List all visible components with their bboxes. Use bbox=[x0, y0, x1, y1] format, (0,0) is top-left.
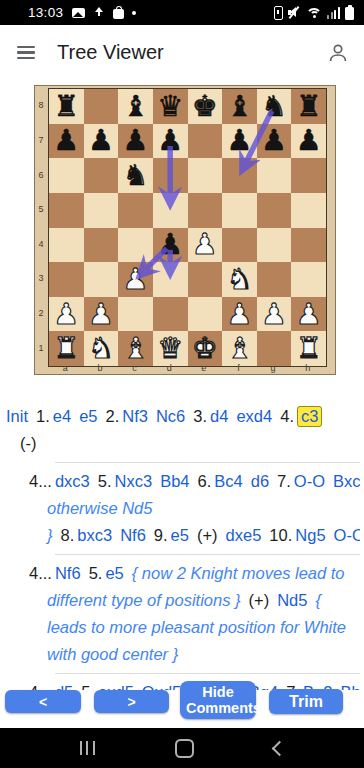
square-h2[interactable]: ♟ bbox=[291, 297, 326, 332]
square-b8[interactable] bbox=[84, 89, 119, 124]
square-g6[interactable] bbox=[257, 158, 292, 193]
white-knight-b1: ♞ bbox=[88, 334, 114, 363]
square-h1[interactable]: ♜ bbox=[291, 331, 326, 366]
white-pawn-h2: ♟ bbox=[296, 300, 322, 329]
move-number: 4... bbox=[29, 564, 52, 582]
square-b7[interactable]: ♟ bbox=[84, 124, 119, 159]
square-e3[interactable] bbox=[188, 262, 223, 297]
notification-dot-icon bbox=[132, 11, 136, 15]
square-a6[interactable] bbox=[49, 158, 84, 193]
square-g2[interactable]: ♟ bbox=[257, 297, 292, 332]
square-b3[interactable] bbox=[84, 262, 119, 297]
black-pawn-a7: ♟ bbox=[53, 126, 79, 155]
divider bbox=[55, 673, 360, 674]
square-g5[interactable] bbox=[257, 193, 292, 228]
square-e5[interactable] bbox=[188, 193, 223, 228]
home-icon[interactable] bbox=[175, 739, 194, 758]
square-c2[interactable] bbox=[118, 297, 153, 332]
black-pawn-h7: ♟ bbox=[296, 126, 322, 155]
mute-icon bbox=[288, 6, 301, 19]
move[interactable]: bxc3 bbox=[77, 526, 112, 544]
move[interactable]: exd5 bbox=[98, 683, 134, 690]
current-move[interactable]: c3 bbox=[297, 406, 322, 427]
move[interactable]: dxe5 bbox=[226, 526, 262, 544]
move[interactable]: Qxd5 bbox=[142, 683, 181, 690]
square-c7[interactable]: ♟ bbox=[118, 124, 153, 159]
main-line: Init1.e4e52.Nf3Nc63.d4exd44.c3(-) bbox=[6, 403, 360, 457]
black-bishop-f8: ♝ bbox=[226, 92, 252, 121]
square-e4[interactable]: ♟ bbox=[188, 228, 223, 263]
move[interactable]: Nf3 bbox=[122, 407, 148, 425]
move[interactable]: Nf6 bbox=[120, 526, 146, 544]
android-nav-bar bbox=[0, 728, 364, 768]
black-knight-c6: ♞ bbox=[123, 161, 149, 190]
move-number: 2. bbox=[106, 407, 120, 425]
black-pawn-b7: ♟ bbox=[88, 126, 114, 155]
move-number: 8. bbox=[61, 526, 75, 544]
move[interactable]: Nxc3 bbox=[115, 472, 153, 490]
move[interactable]: d4 bbox=[210, 407, 228, 425]
chess-board: ♜♝♛♚♝♞♜♟♟♟♟♟♟♟♞♟♟♟♞♟♟♟♟♟♜♞♝♛♚♝♜ 87654321… bbox=[34, 85, 336, 375]
square-a4[interactable] bbox=[49, 228, 84, 263]
square-c8[interactable]: ♝ bbox=[118, 89, 153, 124]
divider bbox=[55, 554, 360, 555]
file-label-g: g bbox=[256, 363, 291, 374]
square-c5[interactable] bbox=[118, 193, 153, 228]
file-label-a: a bbox=[48, 363, 83, 374]
black-rook-a8: ♜ bbox=[53, 92, 79, 121]
move[interactable]: Bb4 bbox=[160, 472, 189, 490]
square-a1[interactable]: ♜ bbox=[49, 331, 84, 366]
file-label-d: d bbox=[152, 363, 187, 374]
board-grid: ♜♝♛♚♝♞♜♟♟♟♟♟♟♟♞♟♟♟♞♟♟♟♟♟♜♞♝♛♚♝♜ bbox=[48, 88, 327, 367]
move[interactable]: Nf6 bbox=[55, 564, 81, 582]
file-label-c: c bbox=[117, 363, 152, 374]
square-e6[interactable] bbox=[188, 158, 223, 193]
white-pawn-e4: ♟ bbox=[192, 230, 218, 259]
move[interactable]: Bc4 bbox=[214, 472, 242, 490]
square-h3[interactable] bbox=[291, 262, 326, 297]
move-number: 4. bbox=[280, 407, 294, 425]
square-h7[interactable]: ♟ bbox=[291, 124, 326, 159]
square-h5[interactable] bbox=[291, 193, 326, 228]
move[interactable]: d5 bbox=[55, 683, 73, 690]
square-h8[interactable]: ♜ bbox=[291, 89, 326, 124]
square-b2[interactable]: ♟ bbox=[84, 297, 119, 332]
annotation: (-) bbox=[20, 434, 36, 452]
wifi-icon bbox=[306, 7, 322, 19]
square-d8[interactable]: ♛ bbox=[153, 89, 188, 124]
square-d6[interactable] bbox=[153, 158, 188, 193]
move[interactable]: Nc6 bbox=[156, 407, 185, 425]
move[interactable]: Nd5 bbox=[277, 591, 307, 609]
rank-label-3: 3 bbox=[35, 273, 47, 283]
black-pawn-g7: ♟ bbox=[261, 126, 287, 155]
square-f7[interactable]: ♟ bbox=[222, 124, 257, 159]
square-c4[interactable] bbox=[118, 228, 153, 263]
move[interactable]: Ng5 bbox=[295, 526, 325, 544]
square-a3[interactable] bbox=[49, 262, 84, 297]
square-h6[interactable] bbox=[291, 158, 326, 193]
file-label-f: f bbox=[221, 363, 256, 374]
move[interactable]: Bb4+ bbox=[340, 683, 360, 690]
photo-icon bbox=[72, 8, 85, 18]
next-move-button[interactable]: > bbox=[94, 690, 169, 713]
app-bar: Tree Viewer bbox=[0, 25, 364, 80]
move-number: 9. bbox=[154, 526, 168, 544]
white-bishop-f1: ♝ bbox=[226, 334, 252, 363]
rank-label-7: 7 bbox=[35, 135, 47, 145]
square-d1[interactable]: ♛ bbox=[153, 331, 188, 366]
black-king-e8: ♚ bbox=[192, 92, 218, 121]
square-g7[interactable]: ♟ bbox=[257, 124, 292, 159]
square-g8[interactable]: ♞ bbox=[257, 89, 292, 124]
square-f2[interactable]: ♟ bbox=[222, 297, 257, 332]
square-f4[interactable] bbox=[222, 228, 257, 263]
move-number: 5. bbox=[81, 683, 95, 690]
clock: 13:03 bbox=[28, 5, 63, 20]
annotation: (+) bbox=[197, 526, 218, 544]
recents-icon[interactable] bbox=[80, 741, 96, 755]
move-number: 5. bbox=[89, 564, 103, 582]
move-number: 7. bbox=[277, 472, 291, 490]
square-d7[interactable]: ♟ bbox=[153, 124, 188, 159]
move-number: 3. bbox=[193, 407, 207, 425]
back-icon[interactable] bbox=[271, 740, 287, 756]
black-pawn-d7: ♟ bbox=[157, 126, 183, 155]
square-d2[interactable] bbox=[153, 297, 188, 332]
move[interactable]: exd4 bbox=[236, 407, 272, 425]
trim-button[interactable]: Trim bbox=[269, 689, 343, 714]
status-right-icons bbox=[274, 5, 354, 20]
rank-label-6: 6 bbox=[35, 170, 47, 180]
square-a2[interactable]: ♟ bbox=[49, 297, 84, 332]
white-pawn-a2: ♟ bbox=[53, 300, 79, 329]
file-label-e: e bbox=[187, 363, 222, 374]
upload-icon bbox=[93, 7, 105, 19]
divider bbox=[55, 462, 360, 463]
rank-label-2: 2 bbox=[35, 308, 47, 318]
square-g4[interactable] bbox=[257, 228, 292, 263]
move-number: 10. bbox=[269, 526, 292, 544]
white-pawn-g2: ♟ bbox=[261, 300, 287, 329]
rank-label-5: 5 bbox=[35, 204, 47, 214]
page-title: Tree Viewer bbox=[57, 41, 164, 64]
square-f1[interactable]: ♝ bbox=[222, 331, 257, 366]
square-b1[interactable]: ♞ bbox=[84, 331, 119, 366]
status-bar: 13:03 bbox=[0, 0, 364, 25]
move-number: 4... bbox=[29, 472, 52, 490]
move[interactable]: d6 bbox=[251, 472, 269, 490]
move-tree: Init1.e4e52.Nf3Nc63.d4exd44.c3(-)4...dxc… bbox=[6, 403, 360, 690]
status-left-icons bbox=[72, 6, 136, 19]
square-c3[interactable]: ♟ bbox=[118, 262, 153, 297]
square-f3[interactable]: ♞ bbox=[222, 262, 257, 297]
move-number: 4... bbox=[29, 683, 52, 690]
black-bishop-c8: ♝ bbox=[123, 92, 149, 121]
move[interactable]: e4 bbox=[53, 407, 71, 425]
square-f6[interactable] bbox=[222, 158, 257, 193]
square-b4[interactable] bbox=[84, 228, 119, 263]
rank-label-4: 4 bbox=[35, 239, 47, 249]
square-f5[interactable] bbox=[222, 193, 257, 228]
rank-label-1: 1 bbox=[35, 343, 47, 353]
square-e1[interactable]: ♚ bbox=[188, 331, 223, 366]
white-pawn-f2: ♟ bbox=[226, 300, 252, 329]
white-pawn-b2: ♟ bbox=[88, 300, 114, 329]
hide-comments-button[interactable]: Hide Comments bbox=[180, 681, 256, 719]
square-g3[interactable] bbox=[257, 262, 292, 297]
square-f8[interactable]: ♝ bbox=[222, 89, 257, 124]
square-c6[interactable]: ♞ bbox=[118, 158, 153, 193]
black-pawn-c7: ♟ bbox=[123, 126, 149, 155]
black-queen-d8: ♛ bbox=[157, 92, 183, 121]
black-pawn-f7: ♟ bbox=[226, 126, 252, 155]
square-a8[interactable]: ♜ bbox=[49, 89, 84, 124]
square-c1[interactable]: ♝ bbox=[118, 331, 153, 366]
black-knight-g8: ♞ bbox=[261, 92, 287, 121]
move[interactable]: O-O bbox=[294, 472, 325, 490]
variation-line: 4...Nf65.e5{ now 2 Knight moves lead to … bbox=[6, 560, 360, 668]
profile-icon[interactable] bbox=[326, 41, 350, 65]
white-king-e1: ♚ bbox=[192, 334, 218, 363]
phone-screen: 13:03 Tree Viewer ♜♝♛♚♝♞♜♟♟♟♟♟ bbox=[0, 0, 364, 768]
black-rook-h8: ♜ bbox=[296, 92, 322, 121]
move[interactable]: e5 bbox=[105, 564, 123, 582]
square-b5[interactable] bbox=[84, 193, 119, 228]
square-g1[interactable] bbox=[257, 331, 292, 366]
bag-icon bbox=[113, 9, 124, 19]
move[interactable]: dxc3 bbox=[55, 472, 90, 490]
move-number: 1. bbox=[36, 407, 50, 425]
white-rook-a1: ♜ bbox=[53, 334, 79, 363]
white-queen-d1: ♛ bbox=[157, 334, 183, 363]
square-a7[interactable]: ♟ bbox=[49, 124, 84, 159]
square-a5[interactable] bbox=[49, 193, 84, 228]
square-e2[interactable] bbox=[188, 297, 223, 332]
move[interactable]: Init bbox=[6, 407, 28, 425]
square-d4[interactable]: ♟ bbox=[153, 228, 188, 263]
move[interactable]: Bxc3 bbox=[333, 472, 360, 490]
move-number: 6. bbox=[198, 472, 212, 490]
square-d5[interactable] bbox=[153, 193, 188, 228]
square-b6[interactable] bbox=[84, 158, 119, 193]
square-d3[interactable] bbox=[153, 262, 188, 297]
file-label-h: h bbox=[290, 363, 325, 374]
file-label-b: b bbox=[83, 363, 118, 374]
white-pawn-c3: ♟ bbox=[123, 265, 149, 294]
annotation: (+) bbox=[249, 591, 270, 609]
menu-icon[interactable] bbox=[17, 46, 35, 60]
white-rook-h1: ♜ bbox=[296, 334, 322, 363]
variation-line: 4...dxc35.Nxc3Bb46.Bc4d67.O-OBxc3{ other… bbox=[6, 468, 360, 549]
prev-move-button[interactable]: < bbox=[5, 690, 81, 713]
move[interactable]: e5 bbox=[171, 526, 189, 544]
black-pawn-d4: ♟ bbox=[157, 230, 183, 259]
battery-icon bbox=[345, 7, 354, 20]
move-number: 5. bbox=[98, 472, 112, 490]
move[interactable]: e5 bbox=[79, 407, 97, 425]
white-bishop-c1: ♝ bbox=[123, 334, 149, 363]
square-e7[interactable] bbox=[188, 124, 223, 159]
rank-label-8: 8 bbox=[35, 100, 47, 110]
move[interactable]: O-O bbox=[334, 526, 360, 544]
signal-icon bbox=[327, 7, 340, 19]
square-h4[interactable] bbox=[291, 228, 326, 263]
battery-saver-icon bbox=[274, 6, 283, 20]
square-e8[interactable]: ♚ bbox=[188, 89, 223, 124]
white-knight-f3: ♞ bbox=[226, 265, 252, 294]
